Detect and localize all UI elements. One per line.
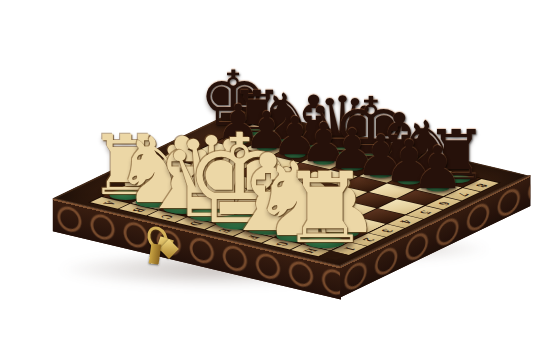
clasp-plate-icon <box>149 243 162 264</box>
chess-set-scene: ABCDEFGH 87654321 ♜♞♝♛♚♝♞♜♟♟♟♟♟♟♟♟♜♞♝♛♚♝… <box>0 0 533 355</box>
piece-white-rook-h1[interactable]: ♜ <box>281 160 369 258</box>
brass-clasp[interactable] <box>138 224 190 276</box>
piece-black-pawn-h7[interactable]: ♟ <box>411 139 464 198</box>
